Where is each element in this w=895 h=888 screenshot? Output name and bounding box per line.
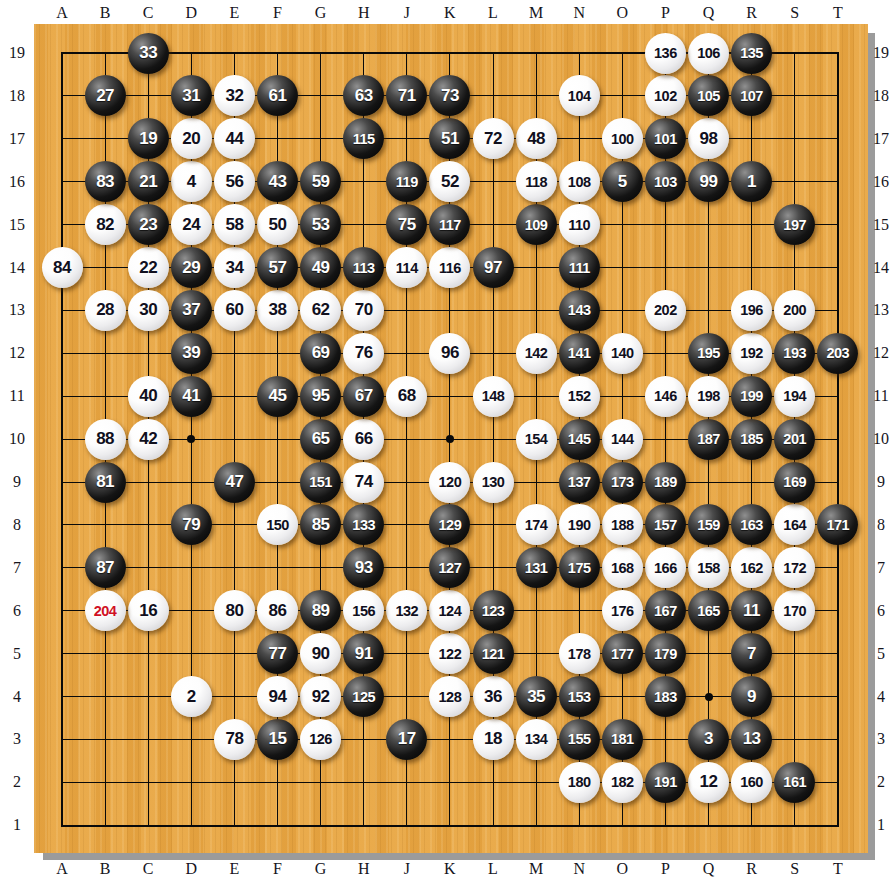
coord-label-right-3: 3	[877, 730, 885, 748]
stone-M8: 174	[516, 504, 557, 545]
coord-label-left-4: 4	[13, 688, 21, 706]
stone-F5: 77	[257, 633, 298, 674]
stone-P2: 191	[645, 762, 686, 803]
coord-label-top-E: E	[230, 4, 240, 22]
stone-Q10: 187	[688, 419, 729, 460]
coord-label-top-J: J	[404, 4, 410, 22]
stone-J3: 17	[386, 719, 427, 760]
stone-N11: 152	[559, 376, 600, 417]
star-point-K10	[446, 435, 454, 443]
stone-P19: 136	[645, 33, 686, 74]
coord-label-left-3: 3	[13, 730, 21, 748]
stone-L14: 97	[473, 247, 514, 288]
coord-label-top-L: L	[488, 4, 498, 22]
stone-R19: 135	[731, 33, 772, 74]
stone-C16: 21	[128, 161, 169, 202]
coord-label-bottom-C: C	[143, 860, 154, 878]
stone-O2: 182	[602, 762, 643, 803]
coord-label-right-11: 11	[873, 387, 888, 405]
coord-label-left-9: 9	[13, 473, 21, 491]
coord-label-top-P: P	[661, 4, 670, 22]
stone-H14: 113	[343, 247, 384, 288]
coord-label-right-12: 12	[873, 344, 889, 362]
coord-label-left-13: 13	[9, 301, 25, 319]
stone-N5: 178	[559, 633, 600, 674]
coord-label-bottom-B: B	[100, 860, 111, 878]
stone-R4: 9	[731, 676, 772, 717]
stone-B15: 82	[85, 204, 126, 245]
coord-label-bottom-M: M	[529, 860, 543, 878]
coord-label-top-G: G	[315, 4, 327, 22]
stone-G15: 53	[300, 204, 341, 245]
stone-M3: 134	[516, 719, 557, 760]
stone-C10: 42	[128, 419, 169, 460]
coord-label-bottom-K: K	[444, 860, 456, 878]
coord-label-left-7: 7	[13, 559, 21, 577]
coord-label-left-2: 2	[13, 773, 21, 791]
stone-N12: 141	[559, 333, 600, 374]
coord-label-bottom-R: R	[746, 860, 757, 878]
coord-label-bottom-S: S	[790, 860, 799, 878]
stone-G14: 49	[300, 247, 341, 288]
stone-R12: 192	[731, 333, 772, 374]
coord-label-bottom-G: G	[315, 860, 327, 878]
stone-F14: 57	[257, 247, 298, 288]
stone-M17: 48	[516, 118, 557, 159]
coord-label-top-Q: Q	[703, 4, 715, 22]
coord-label-bottom-O: O	[617, 860, 629, 878]
stone-B13: 28	[85, 290, 126, 331]
stone-G9: 151	[300, 462, 341, 503]
coord-label-left-8: 8	[13, 516, 21, 534]
stone-C17: 19	[128, 118, 169, 159]
stone-P13: 202	[645, 290, 686, 331]
stone-N14: 111	[559, 247, 600, 288]
coord-label-top-M: M	[529, 4, 543, 22]
stone-P7: 166	[645, 547, 686, 588]
stone-L4: 36	[473, 676, 514, 717]
stone-D17: 20	[171, 118, 212, 159]
coord-label-right-17: 17	[873, 130, 889, 148]
stone-R13: 196	[731, 290, 772, 331]
stone-S15: 197	[774, 204, 815, 245]
stone-B6: 204	[85, 590, 126, 631]
coord-label-left-17: 17	[9, 130, 25, 148]
coord-label-left-16: 16	[9, 173, 25, 191]
stone-D13: 37	[171, 290, 212, 331]
stone-B9: 81	[85, 462, 126, 503]
stone-D14: 29	[171, 247, 212, 288]
stone-S11: 194	[774, 376, 815, 417]
stone-G6: 89	[300, 590, 341, 631]
stone-H9: 74	[343, 462, 384, 503]
coord-label-top-T: T	[833, 4, 843, 22]
coord-label-left-12: 12	[9, 344, 25, 362]
stone-D15: 24	[171, 204, 212, 245]
stone-E18: 32	[214, 75, 255, 116]
stone-L3: 18	[473, 719, 514, 760]
stone-K12: 96	[429, 333, 470, 374]
stone-D12: 39	[171, 333, 212, 374]
stone-S9: 169	[774, 462, 815, 503]
stone-G11: 95	[300, 376, 341, 417]
stone-G10: 65	[300, 419, 341, 460]
stone-M4: 35	[516, 676, 557, 717]
coord-label-top-K: K	[444, 4, 456, 22]
stone-G16: 59	[300, 161, 341, 202]
stone-D4: 2	[171, 676, 212, 717]
coord-label-right-4: 4	[877, 688, 885, 706]
coord-label-right-7: 7	[877, 559, 885, 577]
coord-label-left-11: 11	[9, 387, 24, 405]
stone-G5: 90	[300, 633, 341, 674]
stone-O3: 181	[602, 719, 643, 760]
stone-E3: 78	[214, 719, 255, 760]
stone-E13: 60	[214, 290, 255, 331]
stone-M15: 109	[516, 204, 557, 245]
stone-L17: 72	[473, 118, 514, 159]
stone-P18: 102	[645, 75, 686, 116]
stone-P11: 146	[645, 376, 686, 417]
stone-P4: 183	[645, 676, 686, 717]
stone-S13: 200	[774, 290, 815, 331]
stone-F6: 86	[257, 590, 298, 631]
stone-Q16: 99	[688, 161, 729, 202]
coord-label-right-15: 15	[873, 216, 889, 234]
stone-H11: 67	[343, 376, 384, 417]
stone-H10: 66	[343, 419, 384, 460]
stone-F4: 94	[257, 676, 298, 717]
stone-K9: 120	[429, 462, 470, 503]
stone-G4: 92	[300, 676, 341, 717]
coord-label-right-10: 10	[873, 430, 889, 448]
coord-label-right-8: 8	[877, 516, 885, 534]
stone-M10: 154	[516, 419, 557, 460]
coord-label-right-1: 1	[877, 816, 885, 834]
stone-B7: 87	[85, 547, 126, 588]
stone-Q2: 12	[688, 762, 729, 803]
stone-M16: 118	[516, 161, 557, 202]
stone-Q3: 3	[688, 719, 729, 760]
stone-O7: 168	[602, 547, 643, 588]
coord-label-bottom-D: D	[186, 860, 198, 878]
stone-D18: 31	[171, 75, 212, 116]
stone-N7: 175	[559, 547, 600, 588]
stone-R2: 160	[731, 762, 772, 803]
stone-L11: 148	[473, 376, 514, 417]
goban[interactable]: 1234579111213151617181920212223242728293…	[34, 24, 868, 853]
stone-C19: 33	[128, 33, 169, 74]
stone-D8: 79	[171, 504, 212, 545]
stone-N8: 190	[559, 504, 600, 545]
coord-label-top-B: B	[100, 4, 111, 22]
stone-C11: 40	[128, 376, 169, 417]
stone-C15: 23	[128, 204, 169, 245]
coord-label-top-C: C	[143, 4, 154, 22]
coord-label-bottom-N: N	[573, 860, 585, 878]
stone-F13: 38	[257, 290, 298, 331]
coord-label-top-A: A	[56, 4, 68, 22]
go-kifu-page: 1234579111213151617181920212223242728293…	[0, 0, 895, 888]
coord-label-bottom-J: J	[404, 860, 410, 878]
stone-F3: 15	[257, 719, 298, 760]
stone-E16: 56	[214, 161, 255, 202]
stone-Q6: 165	[688, 590, 729, 631]
coord-label-bottom-T: T	[833, 860, 843, 878]
coord-label-top-H: H	[358, 4, 370, 22]
stone-H5: 91	[343, 633, 384, 674]
stone-M12: 142	[516, 333, 557, 374]
coord-label-right-6: 6	[877, 602, 885, 620]
stone-J11: 68	[386, 376, 427, 417]
stone-S2: 161	[774, 762, 815, 803]
stone-S10: 201	[774, 419, 815, 460]
star-point-Q4	[705, 693, 713, 701]
coord-label-bottom-H: H	[358, 860, 370, 878]
stone-C13: 30	[128, 290, 169, 331]
stone-R6: 11	[731, 590, 772, 631]
stone-E14: 34	[214, 247, 255, 288]
coord-label-top-N: N	[573, 4, 585, 22]
stone-P17: 101	[645, 118, 686, 159]
stone-Q17: 98	[688, 118, 729, 159]
stone-N4: 153	[559, 676, 600, 717]
stone-N13: 143	[559, 290, 600, 331]
coord-label-top-O: O	[617, 4, 629, 22]
coord-label-right-19: 19	[873, 44, 889, 62]
stone-E15: 58	[214, 204, 255, 245]
stone-D16: 4	[171, 161, 212, 202]
stone-L6: 123	[473, 590, 514, 631]
stone-P9: 189	[645, 462, 686, 503]
stone-E17: 44	[214, 118, 255, 159]
coord-label-left-15: 15	[9, 216, 25, 234]
stone-G3: 126	[300, 719, 341, 760]
stone-B10: 88	[85, 419, 126, 460]
stone-G13: 62	[300, 290, 341, 331]
stone-N16: 108	[559, 161, 600, 202]
stone-A14: 84	[42, 247, 83, 288]
stone-H12: 76	[343, 333, 384, 374]
stone-J14: 114	[386, 247, 427, 288]
stone-E6: 80	[214, 590, 255, 631]
coord-label-right-2: 2	[877, 773, 885, 791]
stone-F11: 45	[257, 376, 298, 417]
coord-label-right-14: 14	[873, 259, 889, 277]
stone-F16: 43	[257, 161, 298, 202]
coord-label-right-13: 13	[873, 301, 889, 319]
stone-R10: 185	[731, 419, 772, 460]
stone-O6: 176	[602, 590, 643, 631]
stone-T8: 171	[817, 504, 858, 545]
stone-Q12: 195	[688, 333, 729, 374]
stone-O8: 188	[602, 504, 643, 545]
stone-E9: 47	[214, 462, 255, 503]
coord-label-right-16: 16	[873, 173, 889, 191]
stone-P6: 167	[645, 590, 686, 631]
stone-O9: 173	[602, 462, 643, 503]
stone-P16: 103	[645, 161, 686, 202]
stone-N10: 145	[559, 419, 600, 460]
stone-Q19: 106	[688, 33, 729, 74]
stone-B16: 83	[85, 161, 126, 202]
stone-Q11: 198	[688, 376, 729, 417]
coord-label-left-6: 6	[13, 602, 21, 620]
stone-C6: 16	[128, 590, 169, 631]
stone-R5: 7	[731, 633, 772, 674]
coord-label-left-18: 18	[9, 87, 25, 105]
coord-label-right-5: 5	[877, 645, 885, 663]
coord-label-top-R: R	[746, 4, 757, 22]
coord-label-bottom-L: L	[488, 860, 498, 878]
coord-label-left-19: 19	[9, 44, 25, 62]
stone-M7: 131	[516, 547, 557, 588]
coord-label-top-D: D	[186, 4, 198, 22]
stone-O5: 177	[602, 633, 643, 674]
coord-label-bottom-E: E	[230, 860, 240, 878]
coord-label-left-1: 1	[13, 816, 21, 834]
stone-N15: 110	[559, 204, 600, 245]
coord-label-left-14: 14	[9, 259, 25, 277]
stone-O17: 100	[602, 118, 643, 159]
stone-Q7: 158	[688, 547, 729, 588]
stone-H4: 125	[343, 676, 384, 717]
stone-R11: 199	[731, 376, 772, 417]
coord-label-left-5: 5	[13, 645, 21, 663]
stone-P5: 179	[645, 633, 686, 674]
stone-T12: 203	[817, 333, 858, 374]
stone-O16: 5	[602, 161, 643, 202]
coord-label-right-9: 9	[877, 473, 885, 491]
stone-D11: 41	[171, 376, 212, 417]
stone-R16: 1	[731, 161, 772, 202]
stone-B18: 27	[85, 75, 126, 116]
stone-R3: 13	[731, 719, 772, 760]
coord-label-right-18: 18	[873, 87, 889, 105]
stone-C14: 22	[128, 247, 169, 288]
coord-label-bottom-Q: Q	[703, 860, 715, 878]
coord-label-bottom-P: P	[661, 860, 670, 878]
stone-O10: 144	[602, 419, 643, 460]
stone-N3: 155	[559, 719, 600, 760]
stone-O12: 140	[602, 333, 643, 374]
stone-N2: 180	[559, 762, 600, 803]
stone-L9: 130	[473, 462, 514, 503]
stone-N18: 104	[559, 75, 600, 116]
coord-label-top-S: S	[790, 4, 799, 22]
stone-F15: 50	[257, 204, 298, 245]
stone-G12: 69	[300, 333, 341, 374]
stone-L5: 121	[473, 633, 514, 674]
coord-label-top-F: F	[273, 4, 282, 22]
stone-P8: 157	[645, 504, 686, 545]
stone-H13: 70	[343, 290, 384, 331]
stone-N9: 137	[559, 462, 600, 503]
stone-S12: 193	[774, 333, 815, 374]
coord-label-left-10: 10	[9, 430, 25, 448]
coord-label-bottom-A: A	[56, 860, 68, 878]
coord-label-bottom-F: F	[273, 860, 282, 878]
